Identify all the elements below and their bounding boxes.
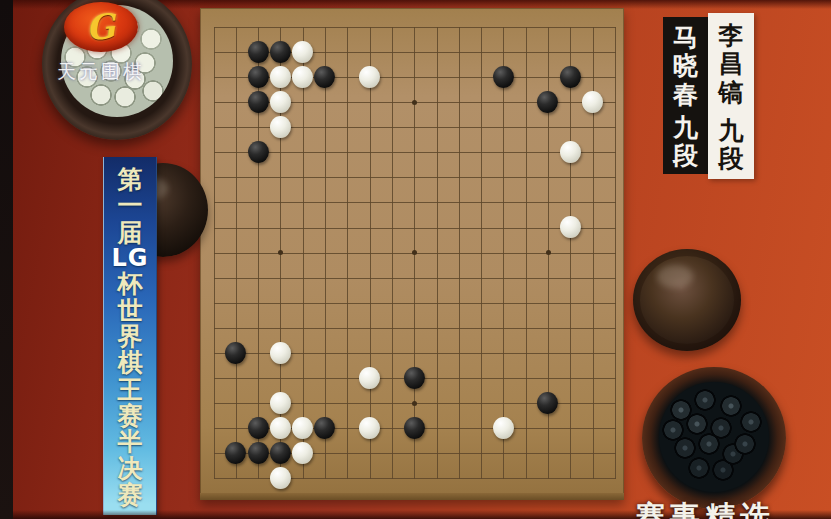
banner-char: 第 [118,167,143,192]
event-banner: 第一届LG杯世界棋王赛半决赛 [103,157,157,515]
white-stone [270,342,291,364]
board-front-edge [200,493,624,500]
white-stone [270,116,291,138]
player-rank-white-panel: 九段 [719,118,744,173]
black-stone [404,417,425,439]
logo-oval-icon: G [64,2,138,52]
white-stone [560,141,581,163]
banner-char: 杯 [118,271,143,296]
panel-char: 段 [719,146,744,172]
bowl-lid-right [633,249,741,351]
black-stone [248,141,269,163]
black-stones-bowl [642,367,786,509]
panel-char: 春 [673,82,698,108]
channel-logo: G 天元围棋 [48,2,154,85]
left-edge-strip [0,0,13,519]
white-stone [270,467,291,489]
banner-char: LG [112,246,149,270]
white-stone [270,417,291,439]
black-stone [270,41,291,63]
panel-char: 李 [719,23,744,49]
black-stone [248,41,269,63]
black-stone [537,91,558,113]
player-name-white-panel: 李昌镐 [719,23,744,106]
white-stone [292,66,313,88]
panel-char: 镐 [719,80,744,106]
black-stone [248,66,269,88]
player-name-black-panel: 马晓春 [673,25,698,108]
black-stone [270,442,291,464]
panel-char: 九 [719,118,744,144]
white-stone [292,417,313,439]
banner-char: 届 [118,220,143,245]
black-stone [314,66,335,88]
white-stone [359,417,380,439]
banner-char: 界 [118,324,143,349]
panel-char: 九 [673,115,698,141]
black-stone [248,442,269,464]
black-stone [225,342,246,364]
black-stone [537,392,558,414]
banner-char: 半 [118,429,143,454]
banner-char: 王 [118,377,143,402]
panel-char: 段 [673,143,698,169]
panel-char: 昌 [719,51,744,77]
black-stone [314,417,335,439]
banner-char: 赛 [118,482,143,507]
player-rank-black-panel: 九段 [673,115,698,170]
black-stone [248,91,269,113]
banner-char: 一 [118,193,143,218]
black-stone [560,66,581,88]
panel-char: 晓 [673,53,698,79]
white-stone [359,367,380,389]
black-stones-pile [659,382,769,492]
banner-char: 世 [118,298,143,323]
black-stone [404,367,425,389]
player-panel-black: 马晓春 九段 [663,17,708,174]
white-stone [359,66,380,88]
banner-char: 棋 [118,350,143,375]
white-stone [292,41,313,63]
banner-char: 赛 [118,403,143,428]
black-stone [248,417,269,439]
panel-char: 马 [673,25,698,51]
go-board [200,8,624,500]
banner-char: 决 [118,456,143,481]
board-intersections [202,14,626,490]
white-stone [560,216,581,238]
black-stone [225,442,246,464]
white-stone [270,66,291,88]
white-stone [582,91,603,113]
black-stone [493,66,514,88]
white-stone [270,392,291,414]
player-panel-white: 李昌镐 九段 [708,13,754,179]
white-stone [292,442,313,464]
logo-g-glyph: G [84,6,117,49]
caption: 赛事精选 [635,497,775,519]
white-stone [493,417,514,439]
white-stone [270,91,291,113]
broadcast-frame: G 天元围棋 第一届LG杯世界棋王赛半决赛 马晓春 九段 李昌镐 九段 赛事精选 [0,0,831,519]
channel-watermark: 天元围棋 [48,59,154,85]
